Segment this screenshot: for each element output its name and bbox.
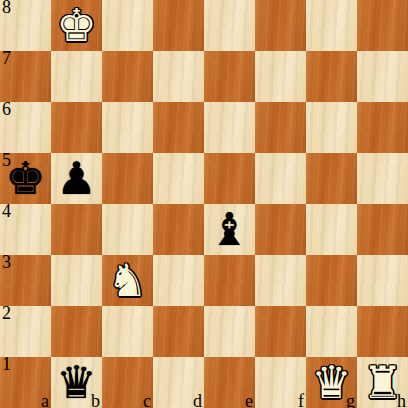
rank-label-3: 3 xyxy=(2,253,11,273)
square-b1[interactable]: b♛ xyxy=(51,357,102,408)
black-queen[interactable]: ♛ xyxy=(56,357,96,408)
file-label-c: c xyxy=(143,392,151,408)
file-label-f: f xyxy=(298,392,304,408)
square-c2[interactable] xyxy=(102,306,153,357)
black-bishop[interactable]: ♝ xyxy=(209,204,249,255)
square-e6[interactable] xyxy=(204,102,255,153)
square-d2[interactable] xyxy=(153,306,204,357)
square-c1[interactable]: c xyxy=(102,357,153,408)
square-d5[interactable] xyxy=(153,153,204,204)
square-f7[interactable] xyxy=(255,51,306,102)
square-g5[interactable] xyxy=(306,153,357,204)
white-rook[interactable]: ♜ xyxy=(362,357,402,408)
rank-label-6: 6 xyxy=(2,100,11,120)
square-c3[interactable]: ♞ xyxy=(102,255,153,306)
square-e4[interactable]: ♝ xyxy=(204,204,255,255)
square-h5[interactable] xyxy=(357,153,408,204)
square-e2[interactable] xyxy=(204,306,255,357)
square-b4[interactable] xyxy=(51,204,102,255)
square-d6[interactable] xyxy=(153,102,204,153)
square-a3[interactable]: 3 xyxy=(0,255,51,306)
square-a1[interactable]: 1a xyxy=(0,357,51,408)
square-c6[interactable] xyxy=(102,102,153,153)
square-g6[interactable] xyxy=(306,102,357,153)
square-e1[interactable]: e xyxy=(204,357,255,408)
square-h1[interactable]: h♜ xyxy=(357,357,408,408)
square-d7[interactable] xyxy=(153,51,204,102)
square-b3[interactable] xyxy=(51,255,102,306)
square-f3[interactable] xyxy=(255,255,306,306)
square-h6[interactable] xyxy=(357,102,408,153)
file-label-e: e xyxy=(245,392,253,408)
square-d3[interactable] xyxy=(153,255,204,306)
square-f8[interactable] xyxy=(255,0,306,51)
square-h4[interactable] xyxy=(357,204,408,255)
white-king[interactable]: ♚ xyxy=(56,0,96,51)
square-f5[interactable] xyxy=(255,153,306,204)
square-g2[interactable] xyxy=(306,306,357,357)
rank-label-8: 8 xyxy=(2,0,11,18)
square-h3[interactable] xyxy=(357,255,408,306)
square-h8[interactable] xyxy=(357,0,408,51)
square-d8[interactable] xyxy=(153,0,204,51)
square-g1[interactable]: g♛ xyxy=(306,357,357,408)
square-b6[interactable] xyxy=(51,102,102,153)
square-e5[interactable] xyxy=(204,153,255,204)
square-c7[interactable] xyxy=(102,51,153,102)
square-b7[interactable] xyxy=(51,51,102,102)
chess-board: 8♚765♚♟4♝3♞21ab♛cdefg♛h♜ xyxy=(0,0,408,408)
square-b2[interactable] xyxy=(51,306,102,357)
square-f1[interactable]: f xyxy=(255,357,306,408)
square-e7[interactable] xyxy=(204,51,255,102)
square-c5[interactable] xyxy=(102,153,153,204)
square-e3[interactable] xyxy=(204,255,255,306)
square-a6[interactable]: 6 xyxy=(0,102,51,153)
square-d1[interactable]: d xyxy=(153,357,204,408)
square-d4[interactable] xyxy=(153,204,204,255)
black-pawn[interactable]: ♟ xyxy=(56,153,96,204)
square-f6[interactable] xyxy=(255,102,306,153)
square-c4[interactable] xyxy=(102,204,153,255)
rank-label-7: 7 xyxy=(2,49,11,69)
square-a4[interactable]: 4 xyxy=(0,204,51,255)
square-f4[interactable] xyxy=(255,204,306,255)
square-a8[interactable]: 8 xyxy=(0,0,51,51)
rank-label-2: 2 xyxy=(2,304,11,324)
square-b8[interactable]: ♚ xyxy=(51,0,102,51)
white-queen[interactable]: ♛ xyxy=(311,357,351,408)
white-knight[interactable]: ♞ xyxy=(107,255,147,306)
black-king[interactable]: ♚ xyxy=(5,153,45,204)
square-a7[interactable]: 7 xyxy=(0,51,51,102)
rank-label-1: 1 xyxy=(2,355,11,375)
file-label-a: a xyxy=(41,392,49,408)
square-h2[interactable] xyxy=(357,306,408,357)
square-g3[interactable] xyxy=(306,255,357,306)
file-label-d: d xyxy=(193,392,202,408)
square-c8[interactable] xyxy=(102,0,153,51)
square-g4[interactable] xyxy=(306,204,357,255)
square-h7[interactable] xyxy=(357,51,408,102)
square-f2[interactable] xyxy=(255,306,306,357)
square-a5[interactable]: 5♚ xyxy=(0,153,51,204)
square-e8[interactable] xyxy=(204,0,255,51)
square-g8[interactable] xyxy=(306,0,357,51)
square-a2[interactable]: 2 xyxy=(0,306,51,357)
square-g7[interactable] xyxy=(306,51,357,102)
square-b5[interactable]: ♟ xyxy=(51,153,102,204)
